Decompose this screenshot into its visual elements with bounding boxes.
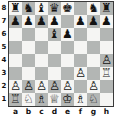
square-e5[interactable] [61,41,74,54]
black-king-piece: ♚ [62,2,73,15]
white-knight-piece: ♘ [88,93,99,106]
black-pawn-piece: ♟ [23,15,34,28]
square-a7[interactable]: ♟ [9,15,22,28]
square-a1[interactable]: ♖ [9,93,22,106]
black-pawn-piece: ♟ [10,15,21,28]
square-e8[interactable]: ♚ [61,2,74,15]
square-d4[interactable] [48,54,61,67]
rank-labels: 87654321 [0,2,8,106]
square-b7[interactable]: ♟ [22,15,35,28]
board-frame: ♜♞♝♛♚♞♜♟♟♟♟♟♟♟♝♟♙♙♖♙♙♙♙♙♙♖♘♗♕♔♗♘ [8,1,114,107]
square-f1[interactable]: ♗ [74,93,87,106]
file-label-d: d [48,107,61,117]
square-f3[interactable]: ♙ [74,67,87,80]
black-bishop-piece: ♝ [49,28,60,41]
white-bishop-piece: ♗ [75,93,86,106]
square-a4[interactable] [9,54,22,67]
square-h6[interactable] [100,28,113,41]
black-pawn-piece: ♟ [101,15,112,28]
square-h7[interactable]: ♟ [100,15,113,28]
square-h3[interactable]: ♖ [100,67,113,80]
rank-label-5: 5 [0,41,8,54]
square-e4[interactable] [61,54,74,67]
square-f5[interactable] [74,41,87,54]
square-d6[interactable]: ♝ [48,28,61,41]
white-rook-piece: ♖ [101,67,112,80]
square-e6[interactable]: ♟ [61,28,74,41]
rank-label-4: 4 [0,54,8,67]
rank-label-7: 7 [0,15,8,28]
file-label-b: b [22,107,35,117]
chess-board: ♜♞♝♛♚♞♜♟♟♟♟♟♟♟♝♟♙♙♖♙♙♙♙♙♙♖♘♗♕♔♗♘ [9,2,113,106]
white-knight-piece: ♘ [23,93,34,106]
square-e1[interactable]: ♔ [61,93,74,106]
black-pawn-piece: ♟ [75,15,86,28]
file-label-h: h [100,107,113,117]
square-c6[interactable] [35,28,48,41]
square-c1[interactable]: ♗ [35,93,48,106]
file-label-g: g [87,107,100,117]
square-a6[interactable] [9,28,22,41]
rank-label-6: 6 [0,28,8,41]
square-g7[interactable]: ♟ [87,15,100,28]
square-h2[interactable] [100,80,113,93]
square-g4[interactable] [87,54,100,67]
chess-diagram: 87654321 ♜♞♝♛♚♞♜♟♟♟♟♟♟♟♝♟♙♙♖♙♙♙♙♙♙♖♘♗♕♔♗… [0,0,118,118]
file-label-e: e [61,107,74,117]
square-b5[interactable] [22,41,35,54]
file-label-f: f [74,107,87,117]
white-bishop-piece: ♗ [36,93,47,106]
square-c5[interactable] [35,41,48,54]
file-label-c: c [35,107,48,117]
rank-label-1: 1 [0,93,8,106]
rank-label-3: 3 [0,67,8,80]
square-d1[interactable]: ♕ [48,93,61,106]
square-b6[interactable] [22,28,35,41]
black-pawn-piece: ♟ [36,15,47,28]
square-b4[interactable] [22,54,35,67]
square-d5[interactable] [48,41,61,54]
square-c4[interactable] [35,54,48,67]
square-h1[interactable] [100,93,113,106]
rank-label-8: 8 [0,2,8,15]
white-rook-piece: ♖ [10,93,21,106]
white-king-piece: ♔ [62,93,73,106]
square-g6[interactable] [87,28,100,41]
square-g1[interactable]: ♘ [87,93,100,106]
square-f6[interactable] [74,28,87,41]
square-a5[interactable] [9,41,22,54]
square-f7[interactable]: ♟ [74,15,87,28]
square-b1[interactable]: ♘ [22,93,35,106]
file-labels: abcdefgh [9,107,113,117]
square-c7[interactable]: ♟ [35,15,48,28]
white-queen-piece: ♕ [49,93,60,106]
white-pawn-piece: ♙ [75,67,86,80]
rank-label-2: 2 [0,80,8,93]
black-pawn-piece: ♟ [62,28,73,41]
black-pawn-piece: ♟ [88,15,99,28]
square-g5[interactable] [87,41,100,54]
file-label-a: a [9,107,22,117]
